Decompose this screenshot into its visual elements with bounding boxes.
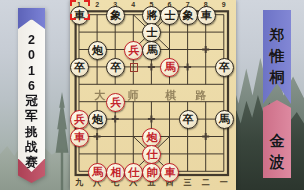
piece-red-horse[interactable]: 馬 — [88, 163, 107, 182]
event-banner-char: 6 — [18, 79, 45, 94]
piece-black-advisor[interactable]: 士 — [160, 6, 179, 25]
event-banner-char: 冠 — [18, 94, 45, 109]
event-banner-char: 1 — [18, 64, 45, 79]
piece-black-cannon[interactable]: 炮 — [88, 110, 107, 129]
piece-black-pawn[interactable]: 卒 — [215, 58, 234, 77]
file-label-bottom: 一 — [220, 179, 228, 187]
piece-black-pawn[interactable]: 卒 — [70, 58, 89, 77]
event-banner: 2016冠军挑战赛 — [18, 8, 45, 184]
piece-red-king[interactable]: 帥 — [142, 163, 161, 182]
piece-red-advisor[interactable]: 仕 — [124, 163, 143, 182]
event-banner-char: 军 — [18, 109, 45, 124]
xiangqi-board[interactable]: 123456789 九八七六五四三二一 大师棋路 車象將士象車士炮兵馬卒卒馬卒兵… — [70, 0, 236, 190]
piece-black-elephant[interactable]: 象 — [106, 6, 125, 25]
player-name-black: 金波 — [263, 130, 291, 172]
event-banner-char: 战 — [18, 140, 45, 155]
file-label-bottom: 二 — [202, 179, 210, 187]
event-banner-char: 0 — [18, 48, 45, 63]
player-name-red: 郑惟桐 — [263, 24, 291, 87]
piece-black-elephant[interactable]: 象 — [179, 6, 198, 25]
piece-red-advisor[interactable]: 仕 — [142, 145, 161, 164]
piece-red-cannon[interactable]: 炮 — [142, 128, 161, 147]
piece-black-advisor[interactable]: 士 — [142, 23, 161, 42]
player-black-char: 金 — [263, 130, 291, 151]
event-banner-char: 2 — [18, 33, 45, 48]
piece-red-pawn[interactable]: 兵 — [70, 110, 89, 129]
piece-black-pawn[interactable]: 卒 — [179, 110, 198, 129]
piece-red-rook[interactable]: 車 — [70, 128, 89, 147]
piece-red-horse[interactable]: 馬 — [160, 58, 179, 77]
piece-red-pawn[interactable]: 兵 — [106, 93, 125, 112]
piece-red-elephant[interactable]: 相 — [106, 163, 125, 182]
event-banner-char: 挑 — [18, 125, 45, 140]
player-black-char: 波 — [263, 151, 291, 172]
player-red-char: 郑 — [263, 24, 291, 45]
player-banner-black: 金波 — [263, 100, 291, 178]
player-red-char: 惟 — [263, 45, 291, 66]
file-label-bottom: 三 — [184, 179, 192, 187]
file-label-bottom: 九 — [75, 179, 83, 187]
event-banner-text: 2016冠军挑战赛 — [18, 33, 45, 171]
piece-red-pawn[interactable]: 兵 — [124, 41, 143, 60]
event-banner-char: 赛 — [18, 155, 45, 170]
broadcast-frame: 123456789 九八七六五四三二一 大师棋路 車象將士象車士炮兵馬卒卒馬卒兵… — [0, 0, 304, 190]
piece-black-horse[interactable]: 馬 — [215, 110, 234, 129]
piece-black-horse[interactable]: 馬 — [142, 41, 161, 60]
piece-black-rook[interactable]: 車 — [197, 6, 216, 25]
piece-black-pawn[interactable]: 卒 — [106, 58, 125, 77]
piece-grid: 車象將士象車士炮兵馬卒卒馬卒兵兵炮卒馬車炮仕馬相仕帥車 — [70, 6, 233, 180]
piece-red-rook[interactable]: 車 — [160, 163, 179, 182]
piece-black-king[interactable]: 將 — [142, 6, 161, 25]
piece-black-rook[interactable]: 車 — [70, 6, 89, 25]
piece-black-cannon[interactable]: 炮 — [88, 41, 107, 60]
